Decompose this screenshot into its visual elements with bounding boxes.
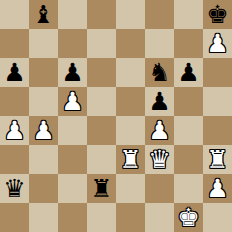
square-g2[interactable] (174, 174, 203, 203)
square-b4[interactable]: ♟ (29, 116, 58, 145)
square-b2[interactable] (29, 174, 58, 203)
square-g7[interactable] (174, 29, 203, 58)
square-h3[interactable]: ♜ (203, 145, 232, 174)
square-c3[interactable] (58, 145, 87, 174)
square-g3[interactable] (174, 145, 203, 174)
square-a5[interactable] (0, 87, 29, 116)
piece-white-rook[interactable]: ♜ (119, 145, 141, 174)
square-f1[interactable] (145, 203, 174, 232)
square-g4[interactable] (174, 116, 203, 145)
square-d8[interactable] (87, 0, 116, 29)
piece-black-pawn[interactable]: ♟ (61, 58, 83, 87)
piece-black-bishop[interactable]: ♝ (32, 0, 54, 29)
square-e1[interactable] (116, 203, 145, 232)
square-e4[interactable] (116, 116, 145, 145)
square-d4[interactable] (87, 116, 116, 145)
piece-white-pawn[interactable]: ♟ (148, 116, 170, 145)
square-f8[interactable] (145, 0, 174, 29)
square-g6[interactable]: ♟ (174, 58, 203, 87)
square-c1[interactable] (58, 203, 87, 232)
square-c8[interactable] (58, 0, 87, 29)
square-g5[interactable] (174, 87, 203, 116)
piece-black-knight[interactable]: ♞ (148, 58, 170, 87)
piece-white-pawn[interactable]: ♟ (3, 116, 25, 145)
square-e2[interactable] (116, 174, 145, 203)
square-a2[interactable]: ♛ (0, 174, 29, 203)
piece-white-queen[interactable]: ♛ (148, 145, 170, 174)
piece-white-pawn[interactable]: ♟ (61, 87, 83, 116)
square-f2[interactable] (145, 174, 174, 203)
square-c5[interactable]: ♟ (58, 87, 87, 116)
piece-black-queen[interactable]: ♛ (3, 174, 25, 203)
square-g8[interactable] (174, 0, 203, 29)
square-d6[interactable] (87, 58, 116, 87)
square-b6[interactable] (29, 58, 58, 87)
piece-white-pawn[interactable]: ♟ (206, 29, 228, 58)
piece-black-pawn[interactable]: ♟ (3, 58, 25, 87)
square-a4[interactable]: ♟ (0, 116, 29, 145)
square-e5[interactable] (116, 87, 145, 116)
square-d5[interactable] (87, 87, 116, 116)
square-h8[interactable]: ♚ (203, 0, 232, 29)
square-b8[interactable]: ♝ (29, 0, 58, 29)
square-d2[interactable]: ♜ (87, 174, 116, 203)
square-f5[interactable]: ♟ (145, 87, 174, 116)
piece-white-pawn[interactable]: ♟ (32, 116, 54, 145)
square-b5[interactable] (29, 87, 58, 116)
square-d1[interactable] (87, 203, 116, 232)
square-h7[interactable]: ♟ (203, 29, 232, 58)
piece-white-king[interactable]: ♚ (177, 203, 199, 232)
square-e8[interactable] (116, 0, 145, 29)
piece-white-pawn[interactable]: ♟ (206, 174, 228, 203)
square-a8[interactable] (0, 0, 29, 29)
square-c2[interactable] (58, 174, 87, 203)
square-h2[interactable]: ♟ (203, 174, 232, 203)
square-f4[interactable]: ♟ (145, 116, 174, 145)
square-e6[interactable] (116, 58, 145, 87)
piece-black-king[interactable]: ♚ (206, 0, 228, 29)
square-b1[interactable] (29, 203, 58, 232)
square-d7[interactable] (87, 29, 116, 58)
square-a7[interactable] (0, 29, 29, 58)
square-a1[interactable] (0, 203, 29, 232)
square-d3[interactable] (87, 145, 116, 174)
square-h5[interactable] (203, 87, 232, 116)
square-b7[interactable] (29, 29, 58, 58)
square-c6[interactable]: ♟ (58, 58, 87, 87)
square-f6[interactable]: ♞ (145, 58, 174, 87)
square-c7[interactable] (58, 29, 87, 58)
piece-white-rook[interactable]: ♜ (206, 145, 228, 174)
piece-black-rook[interactable]: ♜ (90, 174, 112, 203)
chess-board: ♝♚♟♟♟♞♟♟♟♟♟♟♜♛♜♛♜♟♚ (0, 0, 232, 232)
square-a3[interactable] (0, 145, 29, 174)
square-b3[interactable] (29, 145, 58, 174)
piece-black-pawn[interactable]: ♟ (148, 87, 170, 116)
square-f3[interactable]: ♛ (145, 145, 174, 174)
square-f7[interactable] (145, 29, 174, 58)
square-h6[interactable] (203, 58, 232, 87)
square-h1[interactable] (203, 203, 232, 232)
square-e7[interactable] (116, 29, 145, 58)
square-a6[interactable]: ♟ (0, 58, 29, 87)
piece-black-pawn[interactable]: ♟ (177, 58, 199, 87)
square-h4[interactable] (203, 116, 232, 145)
square-e3[interactable]: ♜ (116, 145, 145, 174)
square-c4[interactable] (58, 116, 87, 145)
square-g1[interactable]: ♚ (174, 203, 203, 232)
